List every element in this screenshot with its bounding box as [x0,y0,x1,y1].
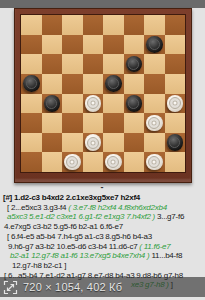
square-e1 [103,152,124,172]
notation-line-7: b2-a1 12.g7-f8 a1-f6 13.e7xg5 b4xe7xh4 )… [0,251,205,261]
square-c1 [62,152,83,172]
notation-line-1: [#] 1.d2-c3 b4xd2 2.c1xe3xg5xe7 h2xf4 [0,193,205,203]
square-a5 [21,74,42,94]
square-a6 [21,54,42,74]
game-notation: [#] 1.d2-c3 b4xd2 2.c1xe3xg5xe7 h2xf4[ 2… [0,193,205,290]
square-d4 [83,94,104,114]
notation-line-2: [ 2...e5xc3 3.g3-f4 ( 3.e7-f8 h2xf4 4.f8… [0,203,205,213]
square-g8 [144,15,165,35]
notation-line-6: 9.h6-g7 a3-b2 10.e5-d6 c3-b4 11.d6-c7 ( … [0,242,205,252]
image-dimensions-icon [3,280,18,295]
notation-segment: 3...g7-f6 [155,212,184,221]
black-man-h2 [167,134,184,151]
square-a3 [21,113,42,133]
black-man-f4 [126,95,143,112]
square-c7 [62,35,83,55]
square-c2 [62,133,83,153]
square-a1 [21,152,42,172]
top-bar [0,0,205,8]
image-dimensions-label: 720 × 1054, 402 Кб [23,281,122,293]
notation-segment: 4.e7xg5 c3-b2 5.g5-f6 b2-a1 6.f6-e7 [4,222,123,231]
square-b3 [42,113,63,133]
board-grid [21,15,185,172]
white-man-h4 [167,95,184,112]
square-d2 [83,133,104,153]
square-h3 [165,113,186,133]
square-a8 [21,15,42,35]
square-a7 [21,35,42,55]
square-f3 [124,113,145,133]
square-f5 [124,74,145,94]
notation-segment: b2-a1 12.g7-f8 a1-f6 13.e7xg5 b4xe7xh4 ) [10,251,149,260]
square-e7 [103,35,124,55]
square-h2 [165,133,186,153]
square-g1 [144,152,165,172]
notation-segment: 12.g7-h8 b2-c1 ] [12,261,66,270]
square-h5 [165,74,186,94]
notation-segment: [ 6.f4-e5 a5-b4 7.h4-g5 a1-c3 8.g5-h6 b4… [7,232,152,241]
square-a4 [21,94,42,114]
notation-segment: ( 3.e7-f8 h2xf4 4.f8xh6xd2xb4 [68,203,167,212]
square-f8 [124,15,145,35]
black-man-b4 [44,95,61,112]
white-man-g1 [146,154,163,171]
square-e4 [103,94,124,114]
square-d3 [83,113,104,133]
square-g4 [144,94,165,114]
square-b1 [42,152,63,172]
square-e3 [103,113,124,133]
diagram-caption-dash: - [14,182,190,192]
square-c3 [62,113,83,133]
white-man-g3 [146,115,163,132]
square-g5 [144,74,165,94]
white-man-d2 [85,134,102,151]
square-c5 [62,74,83,94]
square-f7 [124,35,145,55]
notation-line-3: a5xc3 5.e1-d2 c3xe1 6.g1-f2 e1xg3 7.h4xf… [0,212,205,222]
black-man-g7 [146,36,163,53]
black-man-f6 [126,56,143,73]
square-e2 [103,133,124,153]
notation-segment: a5xc3 5.e1-d2 c3xe1 6.g1-f2 e1xg3 7.h4xf… [7,212,155,221]
notation-segment: [ 2...e5xc3 3.g3-f4 [7,203,68,212]
square-e8 [103,15,124,35]
square-d1 [83,152,104,172]
square-b5 [42,74,63,94]
square-c4 [62,94,83,114]
square-g7 [144,35,165,55]
square-c6 [62,54,83,74]
square-f6 [124,54,145,74]
square-h4 [165,94,186,114]
square-h7 [165,35,186,55]
square-h8 [165,15,186,35]
square-h6 [165,54,186,74]
square-a2 [21,133,42,153]
square-e6 [103,54,124,74]
square-g6 [144,54,165,74]
square-f2 [124,133,145,153]
white-man-e1 [105,154,122,171]
white-man-d4 [85,95,102,112]
draughts-board[interactable] [14,8,192,183]
square-d6 [83,54,104,74]
white-man-c1 [64,154,81,171]
square-d5 [83,74,104,94]
square-b2 [42,133,63,153]
notation-line-5: [ 6.f4-e5 a5-b4 7.h4-g5 a1-c3 8.g5-h6 b4… [0,232,205,242]
square-d8 [83,15,104,35]
square-f1 [124,152,145,172]
notation-segment: ( 11.f6-e7 [139,242,170,251]
square-g2 [144,133,165,153]
notation-line-4: 4.e7xg5 c3-b2 5.g5-f6 b2-a1 6.f6-e7 [0,222,205,232]
square-g3 [144,113,165,133]
square-e5 [103,74,124,94]
notation-segment: 11...b4-f8 [149,251,182,260]
notation-line-8: 12.g7-h8 b2-c1 ] [0,261,205,271]
notation-segment: 9.h6-g7 a3-b2 10.e5-d6 c3-b4 11.d6-c7 [8,242,139,251]
square-h1 [165,152,186,172]
black-man-a5 [23,75,40,92]
square-b6 [42,54,63,74]
square-b7 [42,35,63,55]
image-info-overlay: 720 × 1054, 402 Кб [0,277,205,297]
square-f4 [124,94,145,114]
square-b4 [42,94,63,114]
square-d7 [83,35,104,55]
black-man-e5 [105,75,122,92]
square-b8 [42,15,63,35]
notation-segment: [#] 1.d2-c3 b4xd2 2.c1xe3xg5xe7 h2xf4 [3,193,140,202]
square-c8 [62,15,83,35]
